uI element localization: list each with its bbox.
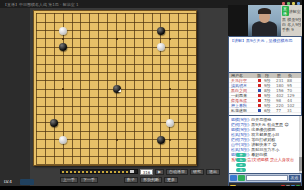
send-button[interactable]: 发送	[289, 175, 300, 181]
user-row[interactable]: 乱花迷眼 6段 77 31	[229, 108, 301, 113]
right-black-strip	[302, 0, 304, 190]
commentary-line: 【讲解】黑9占天元，呈模仿棋布局	[230, 38, 300, 43]
kifu-toolbar: 316 ▶ 自动播放 研究 退出	[60, 168, 225, 175]
chat-text: [公告]文明观棋 禁止人身攻击	[242, 157, 294, 162]
flag-icon	[258, 94, 261, 97]
star-point	[62, 88, 64, 90]
study-button[interactable]: 研究	[190, 169, 204, 175]
grid-line-h	[36, 114, 197, 115]
move-slider[interactable]	[60, 169, 138, 174]
flag-icon	[258, 99, 261, 102]
star-point	[116, 139, 118, 141]
user-list: 用户名 旗 段 胜 负 天马行空 9段 231 88 清风明月	[229, 73, 301, 115]
game-info-panel: 直播 讲解室(49) 黑 棋圣9段白 名人9段手数 9	[281, 5, 302, 36]
grid-line-v	[134, 13, 135, 164]
emoji-icon[interactable]	[230, 175, 237, 181]
grid-line-v	[125, 13, 126, 164]
user-rank: 6段	[264, 108, 276, 113]
grid-line-v	[196, 13, 197, 164]
grid-line-v	[152, 13, 153, 164]
flag-icon	[258, 109, 261, 112]
window-title: 【直播】中日围棋名人战 第1局 · 解说室 1	[3, 2, 78, 7]
stone-white-D17	[59, 27, 67, 35]
star-point	[169, 38, 171, 40]
go-client-window: 【直播】中日围棋名人战 第1局 · 解说室 1 316 ▶ 自动播放 研究 退出…	[0, 0, 304, 190]
room-label: 讲解室(49)	[289, 9, 301, 14]
count-button[interactable]: 数子	[124, 177, 138, 183]
game-info-row: 手数 9	[282, 27, 301, 32]
live-badge: 直播	[282, 6, 289, 16]
flag-icon	[258, 89, 261, 92]
stone-black-C6	[50, 119, 58, 127]
last-move-marker	[118, 89, 121, 92]
grid-line-h	[36, 148, 197, 149]
slider-knob[interactable]	[130, 170, 134, 174]
stone-white-D4	[59, 136, 67, 144]
move-counter[interactable]: 316	[140, 169, 153, 175]
gift-buttons: 赞礼粉关	[236, 153, 246, 172]
grid-line-v	[178, 13, 179, 164]
bottom-black-strip	[0, 186, 304, 190]
gift-button[interactable]: 粉	[236, 163, 246, 167]
grid-line-h	[36, 131, 197, 132]
star-point	[169, 139, 171, 141]
commentator-video	[248, 5, 281, 36]
grid-line-v	[187, 13, 188, 164]
autoplay-button[interactable]: 自动播放	[166, 169, 188, 175]
stone-black-P17	[157, 27, 165, 35]
mute-chip[interactable]	[20, 179, 34, 185]
star-point	[169, 88, 171, 90]
play-button[interactable]: ▶	[155, 169, 164, 175]
board-region: 316 ▶ 自动播放 研究 退出 上一手 下一手 数子 形势判断 更多 LV.4	[0, 8, 228, 186]
stone-white-P15	[157, 43, 165, 51]
grid-line-h	[36, 164, 197, 165]
prev-move-button[interactable]: 上一手	[60, 177, 78, 183]
commentary-panel: 【讲解】黑9占天元，呈模仿棋布局	[229, 37, 301, 72]
chat-input[interactable]	[246, 175, 288, 181]
slider-ticks	[62, 171, 132, 174]
stone-black-D15	[59, 43, 67, 51]
next-move-button[interactable]: 下一手	[80, 177, 98, 183]
grid-line-h	[36, 156, 197, 157]
go-board[interactable]	[33, 10, 197, 166]
user-losses: 31	[287, 108, 298, 113]
stone-black-K10	[113, 85, 121, 93]
star-point	[116, 38, 118, 40]
user-wins: 77	[276, 108, 287, 113]
grid-line-h	[36, 106, 197, 107]
chat-input-row: 发送	[229, 174, 301, 182]
nav-toolbar: 上一手 下一手 数子 形势判断 更多	[60, 176, 225, 183]
flag-icon	[258, 84, 261, 87]
star-point	[62, 38, 64, 40]
left-sidebar	[0, 8, 30, 186]
video-row: 直播 讲解室(49) 黑 棋圣9段白 名人9段手数 9	[228, 5, 302, 36]
commentator-hair	[258, 8, 271, 14]
stone-white-Q6	[166, 119, 174, 127]
voice-icon[interactable]	[238, 175, 245, 181]
flag-icon	[258, 79, 261, 82]
more-button[interactable]: 更多	[164, 177, 178, 183]
grid-line-h	[36, 97, 197, 98]
right-panel: 直播 讲解室(49) 黑 棋圣9段白 名人9段手数 9 【讲解】黑9占天元，呈模…	[228, 5, 302, 186]
grid-line-v	[143, 13, 144, 164]
commentator-body	[252, 21, 277, 36]
level-badge[interactable]: LV.4	[2, 179, 14, 185]
judge-button[interactable]: 形势判断	[140, 177, 162, 183]
gift-button[interactable]: 赞	[236, 153, 246, 157]
user-name: 乱花迷眼	[229, 108, 257, 113]
exit-button[interactable]: 退出	[206, 169, 220, 175]
flag-icon	[258, 104, 261, 107]
gift-button[interactable]: 礼	[236, 158, 246, 162]
gift-button[interactable]: 关	[236, 168, 246, 172]
stone-black-P4	[157, 136, 165, 144]
